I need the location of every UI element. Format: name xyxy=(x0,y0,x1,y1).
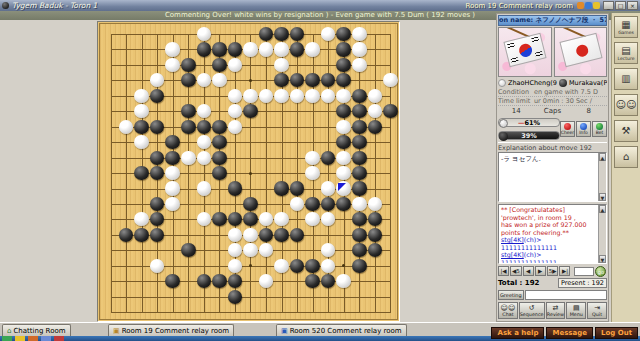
black-stone xyxy=(228,181,243,195)
greeting-button[interactable]: Greeting xyxy=(498,290,524,300)
player-flags xyxy=(498,27,607,77)
black-stone xyxy=(228,274,243,288)
black-stone xyxy=(336,135,351,149)
white-stone xyxy=(383,73,398,87)
white-stone xyxy=(259,243,274,257)
white-stone xyxy=(228,120,243,134)
home-icon: ⌂ xyxy=(623,152,629,162)
white-stone xyxy=(197,27,212,41)
black-stone xyxy=(290,27,305,41)
black-stone xyxy=(119,228,134,242)
black-stone xyxy=(383,104,398,118)
black-stone xyxy=(336,73,351,87)
quit-button[interactable]: ⇥Quit xyxy=(587,302,607,319)
white-stone xyxy=(368,89,383,103)
white-stone xyxy=(274,42,289,56)
white-stone xyxy=(305,212,320,226)
scroll-up-icon[interactable]: ▲ xyxy=(599,153,606,161)
black-stone xyxy=(305,274,320,288)
white-stone xyxy=(321,243,336,257)
nav-forward5-button[interactable]: 5▶ xyxy=(547,266,559,276)
black-stone xyxy=(321,151,336,165)
grid-line xyxy=(266,34,267,313)
quit-icon: ⇥ xyxy=(594,305,600,312)
chat-input[interactable] xyxy=(525,290,607,300)
grid-line xyxy=(111,297,392,298)
black-stone xyxy=(259,27,274,41)
friends-icon: ☺☺ xyxy=(616,100,637,110)
white-stone xyxy=(305,42,320,56)
chat-line: 'prowtech', in room 19 , xyxy=(501,214,596,222)
lecture-button[interactable]: ▤Lecture xyxy=(614,42,638,64)
black-stone xyxy=(290,73,305,87)
info-button[interactable]: Info xyxy=(576,121,591,137)
black-stone xyxy=(368,120,383,134)
bet-dice-icon xyxy=(596,123,603,130)
black-stone xyxy=(305,197,320,211)
sequence-button[interactable]: ↺Sequence xyxy=(519,302,545,319)
black-stone xyxy=(368,243,383,257)
black-stone xyxy=(352,181,367,195)
black-stone xyxy=(290,228,305,242)
black-stone xyxy=(243,104,258,118)
footer-buttons: Ask a help Message Log Out xyxy=(491,327,638,339)
chat-scrollbar[interactable]: ▲ ▼ xyxy=(598,205,606,263)
black-stone xyxy=(212,135,227,149)
black-stone xyxy=(212,120,227,134)
black-stone xyxy=(352,151,367,165)
white-captures-count: 14 xyxy=(498,107,534,115)
white-stone xyxy=(259,212,274,226)
white-stone xyxy=(274,58,289,72)
white-stone xyxy=(305,166,320,180)
bet-button[interactable]: Bet xyxy=(592,121,607,137)
white-stone xyxy=(321,181,336,195)
black-stone xyxy=(274,228,289,242)
black-stone xyxy=(352,228,367,242)
japan-flag xyxy=(554,27,608,77)
black-stone xyxy=(274,73,289,87)
tab-chatting-room[interactable]: ⌂ Chatting Room xyxy=(2,324,71,336)
white-stone xyxy=(305,89,320,103)
sequence-icon: ↺ xyxy=(529,305,535,312)
black-stone xyxy=(243,212,258,226)
go-board-panel xyxy=(97,21,400,322)
white-stone xyxy=(119,120,134,134)
taskbar-icon[interactable] xyxy=(54,336,64,341)
nav-last-button[interactable]: ▶| xyxy=(559,266,570,276)
black-stone xyxy=(212,58,227,72)
white-stone xyxy=(228,259,243,273)
white-player-name: ZhaoHCheng(9 xyxy=(508,79,557,87)
chat-box[interactable]: ** [Congratulatates] 'prowtech', in room… xyxy=(498,204,607,264)
white-stone xyxy=(134,89,149,103)
black-stone xyxy=(352,120,367,134)
white-stone xyxy=(165,197,180,211)
explanation-text: -ラ ヨセフん. xyxy=(499,153,606,164)
chat-user-link[interactable]: stg[4K] xyxy=(501,251,524,258)
chat-button[interactable]: ☺☺Chat xyxy=(498,302,518,319)
white-stone xyxy=(352,197,367,211)
white-stone xyxy=(368,104,383,118)
room-icon: ▣ xyxy=(113,327,120,335)
white-stone xyxy=(228,89,243,103)
move-counter-row: Total : 192 Present : 192 xyxy=(498,277,607,289)
titlebar-room-label: Room 19 Comment relay room xyxy=(465,2,573,10)
condition-label: Condition xyxy=(498,88,534,96)
menu-icon: ▤ xyxy=(573,305,580,312)
friends-button[interactable]: ☺☺ xyxy=(614,94,638,116)
nav-back5-button[interactable]: ◀5 xyxy=(510,266,522,276)
window-title: Tygem Baduk - Toron 1 xyxy=(12,1,97,10)
maximize-button[interactable]: □ xyxy=(615,1,626,10)
log-out-button[interactable]: Log Out xyxy=(595,327,638,339)
white-stone xyxy=(228,104,243,118)
white-stone xyxy=(321,212,336,226)
black-stone xyxy=(274,181,289,195)
black-stone xyxy=(368,212,383,226)
black-stone xyxy=(212,166,227,180)
black-stone xyxy=(150,197,165,211)
black-stone xyxy=(352,259,367,273)
white-stone xyxy=(228,58,243,72)
explanation-scrollbar[interactable]: ▲ ▼ xyxy=(598,153,606,201)
black-stone xyxy=(134,228,149,242)
white-stone xyxy=(243,42,258,56)
black-stone-icon xyxy=(559,79,567,87)
black-stone xyxy=(336,197,351,211)
white-stone xyxy=(305,151,320,165)
black-stone xyxy=(212,212,227,226)
black-stone xyxy=(352,166,367,180)
white-stone xyxy=(150,259,165,273)
cheer-ball-icon xyxy=(564,123,571,130)
scroll-down-icon[interactable]: ▼ xyxy=(599,193,606,201)
white-stone xyxy=(165,166,180,180)
star-point xyxy=(249,172,252,175)
white-stone xyxy=(197,181,212,195)
black-stone xyxy=(336,27,351,41)
lecture-icon: ▤ xyxy=(621,46,630,56)
white-stone xyxy=(352,42,367,56)
white-stone xyxy=(197,73,212,87)
white-stone-icon xyxy=(498,79,506,87)
right-toolbar: ▦Games ▤Lecture ▥ ☺☺ ⚒ ⌂ xyxy=(611,13,640,336)
shop-icon: ▥ xyxy=(621,74,630,84)
white-stone xyxy=(165,181,180,195)
white-stone xyxy=(197,151,212,165)
white-stone xyxy=(228,243,243,257)
message-button[interactable]: Message xyxy=(546,327,593,339)
lamp-icon[interactable] xyxy=(593,2,600,9)
black-stone xyxy=(197,42,212,56)
app-icon xyxy=(2,2,9,9)
taskbar-icon[interactable] xyxy=(28,336,38,341)
condition-value: en game with 7.5 D xyxy=(534,88,598,96)
scroll-up-icon[interactable]: ▲ xyxy=(599,205,606,213)
players-row: ZhaoHCheng(9 Murakava(P9] xyxy=(498,78,607,88)
black-stone xyxy=(181,58,196,72)
white-stone xyxy=(336,120,351,134)
black-support-pct: 39% xyxy=(499,132,559,140)
game-info-sidebar: on name: ネフノノヘナフ段 ・ 573 xyxy=(496,13,609,322)
chat-icon: ☺☺ xyxy=(501,305,516,312)
chat-line: has won a prize of 927.000 xyxy=(501,221,596,229)
black-stone xyxy=(197,274,212,288)
nav-first-button[interactable]: |◀ xyxy=(498,266,509,276)
star-point xyxy=(249,264,252,267)
black-stone xyxy=(259,228,274,242)
white-stone xyxy=(274,89,289,103)
tools-button[interactable]: ⚒ xyxy=(614,120,638,142)
white-stone xyxy=(197,104,212,118)
review-button[interactable]: ⇄Review xyxy=(546,302,566,319)
white-stone xyxy=(321,27,336,41)
close-button[interactable]: × xyxy=(627,1,638,10)
black-stone xyxy=(165,274,180,288)
move-number-input[interactable] xyxy=(574,267,594,276)
captures-label: Caps xyxy=(534,107,570,115)
black-stone xyxy=(134,120,149,134)
chat-user-link[interactable]: stg[4K] xyxy=(501,236,524,243)
tab-room-19[interactable]: ▣ Room 19 Comment relay room xyxy=(108,324,234,336)
white-stone xyxy=(336,151,351,165)
black-stone xyxy=(150,212,165,226)
black-stone xyxy=(150,120,165,134)
korea-flag xyxy=(498,27,552,77)
white-stone xyxy=(243,243,258,257)
black-stone xyxy=(150,151,165,165)
menu-button[interactable]: ▤Menu xyxy=(566,302,586,319)
white-stone xyxy=(134,104,149,118)
black-stone xyxy=(352,212,367,226)
search-icon[interactable] xyxy=(585,2,592,9)
support-bars: —61% 39% Cheer Info xyxy=(498,116,607,142)
white-stone xyxy=(336,274,351,288)
black-stone xyxy=(212,42,227,56)
cheer-button[interactable]: Cheer xyxy=(560,121,575,137)
white-stone xyxy=(259,89,274,103)
titlebar-tray-icons xyxy=(577,2,600,9)
go-board[interactable] xyxy=(99,23,398,320)
black-stone xyxy=(134,166,149,180)
grid-line xyxy=(111,312,392,313)
star-point xyxy=(249,79,252,82)
time-limit-label: Time limit xyxy=(498,97,534,105)
black-stone xyxy=(352,89,367,103)
black-stone xyxy=(165,151,180,165)
black-stone xyxy=(212,151,227,165)
white-stone xyxy=(368,197,383,211)
total-moves: Total : 192 xyxy=(498,279,539,287)
white-stone xyxy=(352,27,367,41)
present-move: Present : 192 xyxy=(558,278,607,288)
black-stone xyxy=(321,197,336,211)
home-button[interactable]: ⌂ xyxy=(614,146,638,168)
chat-line: ** [Congratulatates] xyxy=(501,206,596,214)
time-limit-row: Time limit ur 0min : 30 Sec / xyxy=(498,97,607,106)
sidebar-header: on name: ネフノノヘナフ段 ・ 573 xyxy=(498,15,607,26)
time-limit-value: ur 0min : 30 Sec / xyxy=(534,97,592,105)
white-stone xyxy=(321,89,336,103)
explanation-header: Explanation about move 192 xyxy=(498,142,607,152)
tab-room-520[interactable]: ▣ Room 520 Comment relay room xyxy=(276,324,407,336)
white-stone xyxy=(197,212,212,226)
nav-back-button[interactable]: ◀ xyxy=(523,266,534,276)
black-stone xyxy=(305,259,320,273)
white-stone xyxy=(352,58,367,72)
ask-a-help-button[interactable]: Ask a help xyxy=(491,327,544,339)
white-stone xyxy=(134,135,149,149)
black-stone xyxy=(305,73,320,87)
black-stone xyxy=(228,290,243,304)
games-button[interactable]: ▦Games xyxy=(614,16,638,38)
black-stone xyxy=(336,104,351,118)
black-stone xyxy=(165,135,180,149)
white-stone xyxy=(290,197,305,211)
black-stone xyxy=(336,42,351,56)
captures-row: 14 Caps 8 xyxy=(498,106,607,116)
black-player-name: Murakava(P9] xyxy=(569,79,607,87)
taskbar-icon[interactable] xyxy=(15,336,25,341)
taskbar-icon[interactable] xyxy=(2,336,12,341)
sidebar-button-row: ☺☺Chat ↺Sequence ⇄Review ▤Menu ⇥Quit xyxy=(498,301,607,319)
room-icon: ▣ xyxy=(281,327,288,335)
nav-forward-button[interactable]: ▶ xyxy=(535,266,546,276)
review-icon: ⇄ xyxy=(552,305,558,312)
white-stone xyxy=(336,89,351,103)
black-stone xyxy=(352,243,367,257)
games-icon: ▦ xyxy=(621,20,630,30)
chat-line: stg[4K](ch)> 11111111111111 xyxy=(501,236,596,251)
black-stone xyxy=(243,197,258,211)
black-stone xyxy=(352,104,367,118)
black-stone xyxy=(290,259,305,273)
black-stone xyxy=(336,58,351,72)
title-bar[interactable]: Tygem Baduk - Toron 1 Room 19 Comment re… xyxy=(0,0,640,11)
white-stone xyxy=(228,228,243,242)
black-stone xyxy=(150,228,165,242)
white-stone xyxy=(243,228,258,242)
explanation-box[interactable]: -ラ ヨセフん. ▲ ▼ xyxy=(498,152,607,202)
chat-line: points for cheering.** xyxy=(501,229,596,237)
white-stone xyxy=(212,73,227,87)
white-support-pct: 61% xyxy=(524,119,540,127)
go-button[interactable]: go xyxy=(595,266,606,277)
black-stone xyxy=(181,73,196,87)
move-navigation: |◀ ◀5 ◀ ▶ 5▶ ▶| go xyxy=(498,264,607,277)
black-stone xyxy=(181,104,196,118)
app-window: Tygem Baduk - Toron 1 Room 19 Comment re… xyxy=(0,0,640,341)
white-stone xyxy=(259,274,274,288)
black-support-slider[interactable]: 39% xyxy=(498,131,560,140)
home-icon: ⌂ xyxy=(7,327,11,335)
black-stone xyxy=(212,274,227,288)
white-stone xyxy=(321,259,336,273)
chat-line: stg[4K](ch)> 11111111111111 xyxy=(501,251,596,264)
white-stone xyxy=(165,58,180,72)
black-stone xyxy=(290,181,305,195)
white-stone xyxy=(274,259,289,273)
star-point xyxy=(342,264,345,267)
black-stone xyxy=(150,89,165,103)
white-stone xyxy=(336,166,351,180)
greeting-row: Greeting xyxy=(498,289,607,301)
black-stone xyxy=(228,212,243,226)
grid-line xyxy=(375,34,376,313)
white-stone xyxy=(165,42,180,56)
white-stone xyxy=(243,89,258,103)
black-stone xyxy=(197,120,212,134)
shop-button[interactable]: ▥ xyxy=(614,68,638,90)
black-stone xyxy=(290,42,305,56)
black-stone xyxy=(150,166,165,180)
black-stone xyxy=(368,228,383,242)
tools-icon: ⚒ xyxy=(622,126,631,136)
white-support-slider[interactable]: —61% xyxy=(498,118,560,127)
last-move-marker xyxy=(338,183,346,191)
black-stone xyxy=(321,274,336,288)
tray-orange-icon[interactable] xyxy=(577,2,584,9)
white-stone xyxy=(134,212,149,226)
white-stone xyxy=(259,42,274,56)
black-stone xyxy=(181,120,196,134)
condition-row: Condition en game with 7.5 D xyxy=(498,88,607,97)
minimize-button[interactable]: _ xyxy=(603,1,614,10)
white-stone xyxy=(290,89,305,103)
info-icon xyxy=(580,123,587,130)
taskbar-icon[interactable] xyxy=(41,336,51,341)
black-stone xyxy=(274,27,289,41)
black-captures-count: 8 xyxy=(571,107,607,115)
white-stone xyxy=(274,212,289,226)
scroll-down-icon[interactable]: ▼ xyxy=(599,255,606,263)
white-stone xyxy=(150,73,165,87)
white-stone xyxy=(181,151,196,165)
black-stone xyxy=(352,135,367,149)
white-stone xyxy=(197,135,212,149)
black-stone xyxy=(321,73,336,87)
black-stone xyxy=(228,42,243,56)
black-stone xyxy=(181,243,196,257)
